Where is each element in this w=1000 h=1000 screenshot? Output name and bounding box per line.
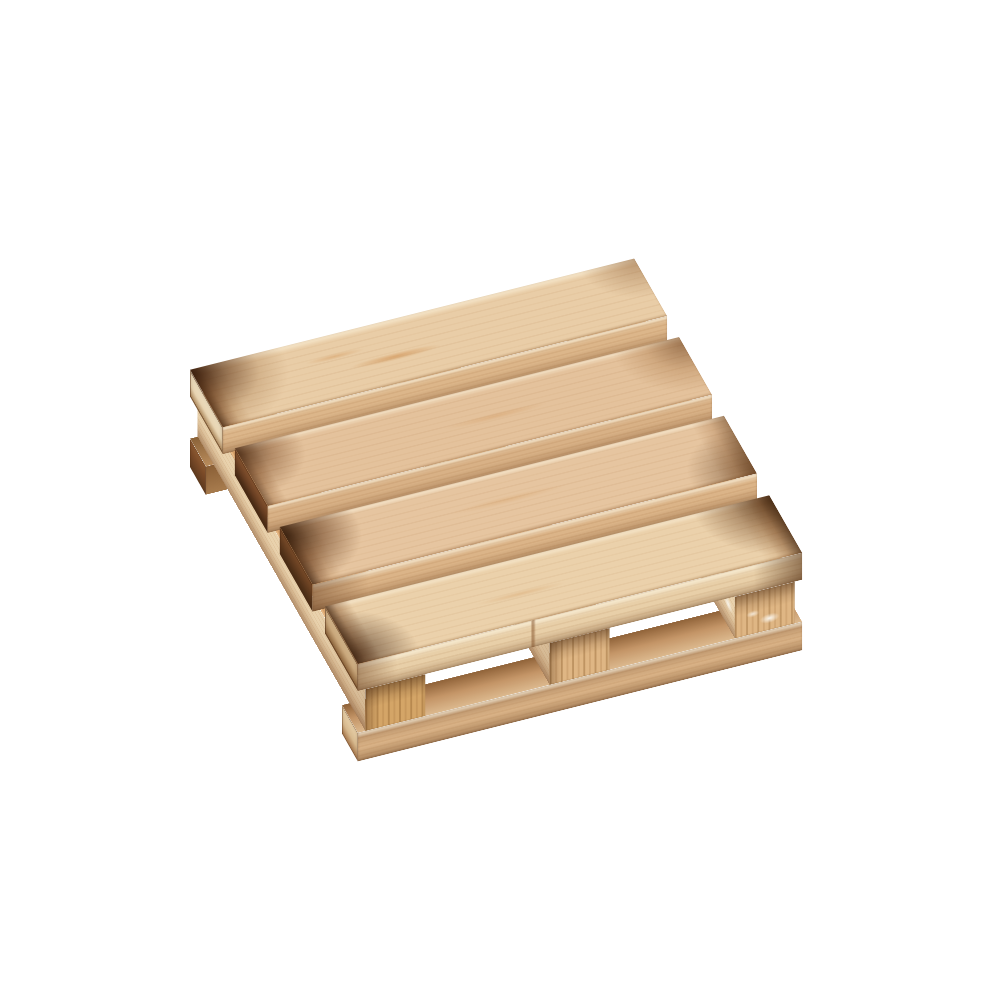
white-background bbox=[0, 0, 1000, 1000]
